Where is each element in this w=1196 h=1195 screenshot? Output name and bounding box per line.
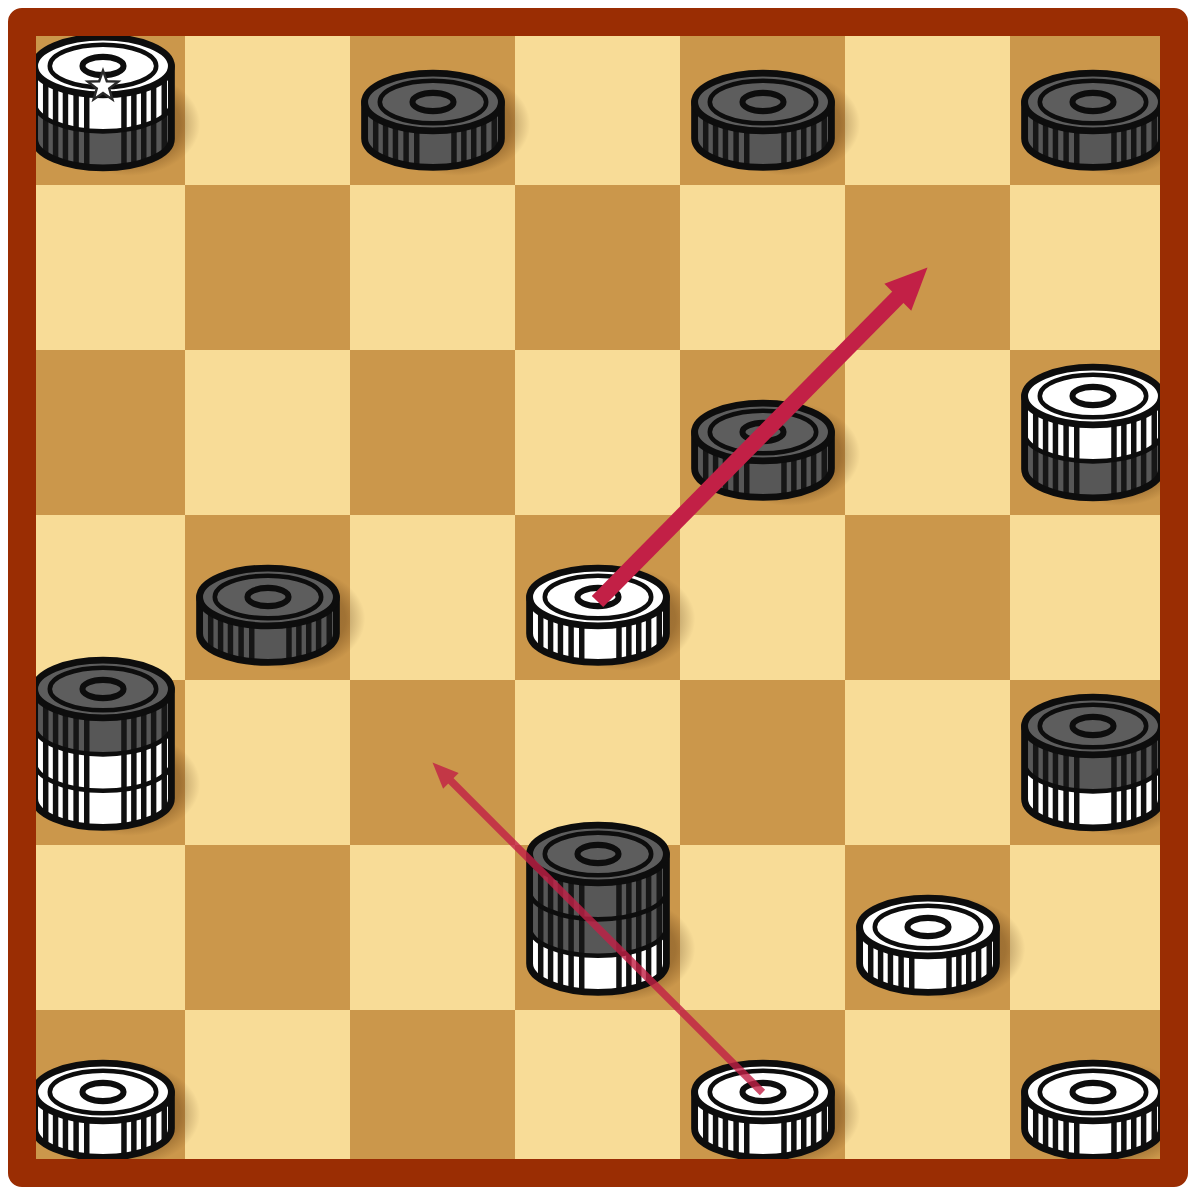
board-cell[interactable]	[1010, 515, 1175, 680]
board-cell[interactable]	[845, 20, 1010, 185]
board-grid	[20, 20, 1175, 1175]
board-cell[interactable]	[20, 350, 185, 515]
board-cell[interactable]	[845, 185, 1010, 350]
board-cell[interactable]	[1010, 350, 1175, 515]
board-cell[interactable]	[515, 20, 680, 185]
board-cell[interactable]	[515, 185, 680, 350]
board-cell[interactable]	[1010, 680, 1175, 845]
board-cell[interactable]	[845, 680, 1010, 845]
board-cell[interactable]	[515, 1010, 680, 1175]
board-cell[interactable]	[515, 350, 680, 515]
board-cell[interactable]	[350, 185, 515, 350]
board-cell[interactable]	[350, 680, 515, 845]
board-cell[interactable]	[350, 515, 515, 680]
board-cell[interactable]	[1010, 20, 1175, 185]
board-cell[interactable]	[20, 515, 185, 680]
board-cell[interactable]	[1010, 1010, 1175, 1175]
board-cell[interactable]	[20, 1010, 185, 1175]
board-cell[interactable]	[185, 515, 350, 680]
board-cell[interactable]	[680, 185, 845, 350]
board-cell[interactable]	[350, 350, 515, 515]
board-cell[interactable]	[20, 185, 185, 350]
board-cell[interactable]	[845, 350, 1010, 515]
board-cell[interactable]	[185, 350, 350, 515]
board-cell[interactable]	[845, 845, 1010, 1010]
board-cell[interactable]	[185, 680, 350, 845]
board-cell[interactable]	[515, 680, 680, 845]
board-cell[interactable]	[1010, 845, 1175, 1010]
board-cell[interactable]	[185, 845, 350, 1010]
board-cell[interactable]	[680, 515, 845, 680]
board-cell[interactable]	[845, 1010, 1010, 1175]
board-cell[interactable]	[350, 1010, 515, 1175]
board-cell[interactable]	[680, 845, 845, 1010]
board-cell[interactable]	[515, 515, 680, 680]
board-cell[interactable]	[185, 185, 350, 350]
board-cell[interactable]	[1010, 185, 1175, 350]
board-cell[interactable]	[20, 845, 185, 1010]
board-cell[interactable]	[515, 845, 680, 1010]
board-cell[interactable]	[20, 20, 185, 185]
board-cell[interactable]	[185, 1010, 350, 1175]
board-cell[interactable]	[845, 515, 1010, 680]
board-cell[interactable]	[680, 350, 845, 515]
board-cell[interactable]	[680, 1010, 845, 1175]
board-cell[interactable]	[680, 680, 845, 845]
lasca-board-diagram	[0, 0, 1196, 1195]
board-cell[interactable]	[185, 20, 350, 185]
board-cell[interactable]	[350, 845, 515, 1010]
board-cell[interactable]	[20, 680, 185, 845]
board-cell[interactable]	[350, 20, 515, 185]
board-cell[interactable]	[680, 20, 845, 185]
